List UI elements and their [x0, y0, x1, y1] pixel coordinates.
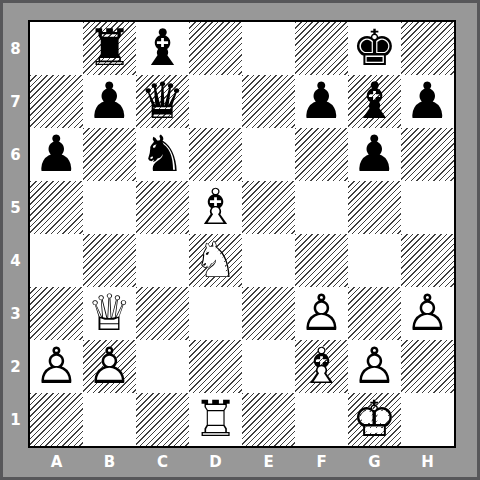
black-king[interactable]: ♚ — [348, 22, 401, 75]
square-e5[interactable] — [242, 181, 295, 234]
square-g6[interactable]: ♟ — [348, 128, 401, 181]
black-pawn[interactable]: ♟ — [30, 128, 83, 181]
square-h6[interactable] — [401, 128, 454, 181]
square-b7[interactable]: ♟ — [83, 75, 136, 128]
piece-glyph: ♟ — [401, 75, 454, 128]
square-d7[interactable] — [189, 75, 242, 128]
piece-glyph: ♜ — [83, 22, 136, 75]
piece-glyph: ♟ — [83, 75, 136, 128]
square-g4[interactable] — [348, 234, 401, 287]
square-d3[interactable] — [189, 287, 242, 340]
square-c4[interactable] — [136, 234, 189, 287]
white-bishop[interactable]: ♝♗ — [189, 181, 242, 234]
square-c2[interactable] — [136, 340, 189, 393]
square-f2[interactable]: ♝♗ — [295, 340, 348, 393]
rank-label-4: 4 — [3, 234, 28, 287]
square-h4[interactable] — [401, 234, 454, 287]
white-knight[interactable]: ♞♘ — [189, 234, 242, 287]
piece-outline: ♙ — [83, 340, 136, 393]
square-e6[interactable] — [242, 128, 295, 181]
square-g5[interactable] — [348, 181, 401, 234]
square-a1[interactable] — [30, 393, 83, 446]
piece-outline: ♙ — [30, 340, 83, 393]
square-d6[interactable] — [189, 128, 242, 181]
square-b2[interactable]: ♟♙ — [83, 340, 136, 393]
square-f8[interactable] — [295, 22, 348, 75]
rank-label-8: 8 — [3, 22, 28, 75]
square-d1[interactable]: ♜♖ — [189, 393, 242, 446]
piece-outline: ♗ — [295, 340, 348, 393]
file-label-h: H — [401, 450, 454, 474]
square-c6[interactable]: ♞ — [136, 128, 189, 181]
square-g3[interactable] — [348, 287, 401, 340]
piece-glyph: ♚ — [348, 22, 401, 75]
square-b1[interactable] — [83, 393, 136, 446]
square-h8[interactable] — [401, 22, 454, 75]
piece-outline: ♙ — [401, 287, 454, 340]
square-b3[interactable]: ♛♕ — [83, 287, 136, 340]
white-pawn[interactable]: ♟♙ — [295, 287, 348, 340]
white-pawn[interactable]: ♟♙ — [401, 287, 454, 340]
piece-glyph: ♟ — [348, 128, 401, 181]
square-b5[interactable] — [83, 181, 136, 234]
square-e4[interactable] — [242, 234, 295, 287]
square-a8[interactable] — [30, 22, 83, 75]
file-label-d: D — [189, 450, 242, 474]
white-pawn[interactable]: ♟♙ — [83, 340, 136, 393]
square-b8[interactable]: ♜ — [83, 22, 136, 75]
square-a2[interactable]: ♟♙ — [30, 340, 83, 393]
square-c7[interactable]: ♛ — [136, 75, 189, 128]
square-a6[interactable]: ♟ — [30, 128, 83, 181]
square-f5[interactable] — [295, 181, 348, 234]
file-label-c: C — [136, 450, 189, 474]
square-h1[interactable] — [401, 393, 454, 446]
square-h5[interactable] — [401, 181, 454, 234]
white-queen[interactable]: ♛♕ — [83, 287, 136, 340]
piece-outline: ♖ — [189, 393, 242, 446]
piece-glyph: ♟ — [295, 75, 348, 128]
square-h3[interactable]: ♟♙ — [401, 287, 454, 340]
square-h2[interactable] — [401, 340, 454, 393]
square-g1[interactable]: ♚♔ — [348, 393, 401, 446]
piece-outline: ♗ — [189, 181, 242, 234]
piece-glyph: ♛ — [136, 75, 189, 128]
rank-label-1: 1 — [3, 393, 28, 446]
square-e1[interactable] — [242, 393, 295, 446]
piece-outline: ♙ — [348, 340, 401, 393]
black-pawn[interactable]: ♟ — [83, 75, 136, 128]
piece-glyph: ♝ — [348, 75, 401, 128]
square-a3[interactable] — [30, 287, 83, 340]
rank-label-6: 6 — [3, 128, 28, 181]
white-bishop[interactable]: ♝♗ — [295, 340, 348, 393]
piece-outline: ♘ — [189, 234, 242, 287]
square-d4[interactable]: ♞♘ — [189, 234, 242, 287]
white-pawn[interactable]: ♟♙ — [30, 340, 83, 393]
rank-label-3: 3 — [3, 287, 28, 340]
square-d8[interactable] — [189, 22, 242, 75]
square-d2[interactable] — [189, 340, 242, 393]
file-labels: A B C D E F G H — [30, 450, 454, 474]
file-label-a: A — [30, 450, 83, 474]
piece-outline: ♙ — [295, 287, 348, 340]
black-pawn[interactable]: ♟ — [401, 75, 454, 128]
square-e3[interactable] — [242, 287, 295, 340]
white-rook[interactable]: ♜♖ — [189, 393, 242, 446]
square-f4[interactable] — [295, 234, 348, 287]
file-label-e: E — [242, 450, 295, 474]
rank-label-2: 2 — [3, 340, 28, 393]
square-a7[interactable] — [30, 75, 83, 128]
black-knight[interactable]: ♞ — [136, 128, 189, 181]
piece-glyph: ♝ — [136, 22, 189, 75]
black-bishop[interactable]: ♝ — [348, 75, 401, 128]
square-e2[interactable] — [242, 340, 295, 393]
file-label-b: B — [83, 450, 136, 474]
rank-labels: 8 7 6 5 4 3 2 1 — [3, 22, 28, 446]
square-d5[interactable]: ♝♗ — [189, 181, 242, 234]
white-pawn[interactable]: ♟♙ — [348, 340, 401, 393]
square-f7[interactable]: ♟ — [295, 75, 348, 128]
square-e7[interactable] — [242, 75, 295, 128]
black-pawn[interactable]: ♟ — [295, 75, 348, 128]
square-b6[interactable] — [83, 128, 136, 181]
square-c3[interactable] — [136, 287, 189, 340]
file-label-f: F — [295, 450, 348, 474]
piece-glyph: ♞ — [136, 128, 189, 181]
chess-board: ♜♝♚♟♛♟♝♟♟♞♟♝♗♞♘♛♕♟♙♟♙♟♙♟♙♝♗♟♙♜♖♚♔ — [28, 20, 456, 448]
white-king[interactable]: ♚♔ — [348, 393, 401, 446]
square-a5[interactable] — [30, 181, 83, 234]
file-label-g: G — [348, 450, 401, 474]
rank-label-5: 5 — [3, 181, 28, 234]
square-a4[interactable] — [30, 234, 83, 287]
square-h7[interactable]: ♟ — [401, 75, 454, 128]
square-c1[interactable] — [136, 393, 189, 446]
piece-outline: ♕ — [83, 287, 136, 340]
black-pawn[interactable]: ♟ — [348, 128, 401, 181]
black-queen[interactable]: ♛ — [136, 75, 189, 128]
square-e8[interactable] — [242, 22, 295, 75]
square-f6[interactable] — [295, 128, 348, 181]
square-f1[interactable] — [295, 393, 348, 446]
square-g8[interactable]: ♚ — [348, 22, 401, 75]
piece-glyph: ♟ — [30, 128, 83, 181]
piece-outline: ♔ — [348, 393, 401, 446]
square-g2[interactable]: ♟♙ — [348, 340, 401, 393]
square-c5[interactable] — [136, 181, 189, 234]
square-g7[interactable]: ♝ — [348, 75, 401, 128]
square-f3[interactable]: ♟♙ — [295, 287, 348, 340]
square-c8[interactable]: ♝ — [136, 22, 189, 75]
square-b4[interactable] — [83, 234, 136, 287]
chess-diagram: 8 7 6 5 4 3 2 1 ♜♝♚♟♛♟♝♟♟♞♟♝♗♞♘♛♕♟♙♟♙♟♙♟… — [0, 0, 480, 480]
black-bishop[interactable]: ♝ — [136, 22, 189, 75]
rank-label-7: 7 — [3, 75, 28, 128]
black-rook[interactable]: ♜ — [83, 22, 136, 75]
